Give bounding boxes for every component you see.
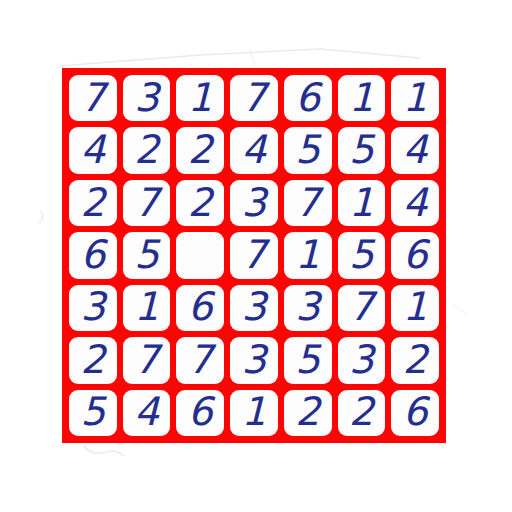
cell-r5c6[interactable]: 7 [338, 285, 386, 331]
cell-r6c3[interactable]: 7 [176, 337, 224, 383]
cell-r5c3[interactable]: 6 [176, 285, 224, 331]
cell-r1c5[interactable]: 6 [284, 75, 332, 121]
digit: 7 [134, 340, 159, 379]
cell-r1c4[interactable]: 7 [230, 75, 278, 121]
cell-r4c2[interactable]: 5 [123, 232, 171, 278]
digit: 5 [295, 130, 320, 169]
digit: 3 [80, 287, 105, 326]
cell-r3c7[interactable]: 4 [391, 180, 439, 226]
cell-r5c2[interactable]: 1 [123, 285, 171, 331]
digit: 2 [188, 183, 213, 222]
digit: 2 [188, 130, 213, 169]
digit: 1 [349, 183, 374, 222]
digit: 3 [242, 340, 267, 379]
cell-r4c5[interactable]: 1 [284, 232, 332, 278]
cell-r2c4[interactable]: 4 [230, 127, 278, 173]
digit: 4 [403, 183, 428, 222]
cell-r2c3[interactable]: 2 [176, 127, 224, 173]
cell-r2c1[interactable]: 4 [69, 127, 117, 173]
cell-r3c3[interactable]: 2 [176, 180, 224, 226]
digit: 2 [134, 130, 159, 169]
digit: 1 [188, 78, 213, 117]
digit: 1 [403, 78, 428, 117]
digit: 1 [403, 287, 428, 326]
digit: 6 [403, 235, 428, 274]
digit: 1 [349, 78, 374, 117]
cell-r2c5[interactable]: 5 [284, 127, 332, 173]
digit: 1 [134, 287, 159, 326]
cell-r3c4[interactable]: 3 [230, 180, 278, 226]
digit: 5 [295, 340, 320, 379]
digit: 3 [349, 340, 374, 379]
cell-r7c5[interactable]: 2 [284, 390, 332, 436]
digit: 5 [80, 392, 105, 431]
digit: 3 [134, 78, 159, 117]
cell-r7c1[interactable]: 5 [69, 390, 117, 436]
cell-r7c7[interactable]: 6 [391, 390, 439, 436]
cell-r3c6[interactable]: 1 [338, 180, 386, 226]
digit: 3 [242, 287, 267, 326]
digit: 7 [242, 235, 267, 274]
cell-r4c7[interactable]: 6 [391, 232, 439, 278]
cell-r2c7[interactable]: 4 [391, 127, 439, 173]
digit: 6 [80, 235, 105, 274]
digit: 7 [349, 287, 374, 326]
cell-r3c2[interactable]: 7 [123, 180, 171, 226]
cell-r6c5[interactable]: 5 [284, 337, 332, 383]
digit: 4 [403, 130, 428, 169]
cell-r6c6[interactable]: 3 [338, 337, 386, 383]
digit: 6 [403, 392, 428, 431]
digit: 5 [349, 235, 374, 274]
page: 7317611422455427237146571563163371277353… [0, 0, 512, 512]
cell-r7c6[interactable]: 2 [338, 390, 386, 436]
cell-r2c2[interactable]: 2 [123, 127, 171, 173]
cell-r5c5[interactable]: 3 [284, 285, 332, 331]
puzzle-board: 7317611422455427237146571563163371277353… [62, 68, 446, 443]
digit: 4 [134, 392, 159, 431]
cell-r6c7[interactable]: 2 [391, 337, 439, 383]
cell-r1c7[interactable]: 1 [391, 75, 439, 121]
cell-r6c1[interactable]: 2 [69, 337, 117, 383]
cell-r3c5[interactable]: 7 [284, 180, 332, 226]
cell-r5c1[interactable]: 3 [69, 285, 117, 331]
digit: 6 [188, 287, 213, 326]
digit: 7 [188, 340, 213, 379]
cell-r4c1[interactable]: 6 [69, 232, 117, 278]
cell-r6c4[interactable]: 3 [230, 337, 278, 383]
cell-r1c6[interactable]: 1 [338, 75, 386, 121]
cell-r5c7[interactable]: 1 [391, 285, 439, 331]
digit: 7 [80, 78, 105, 117]
digit: 2 [349, 392, 374, 431]
digit: 7 [134, 183, 159, 222]
digit: 4 [242, 130, 267, 169]
digit: 4 [80, 130, 105, 169]
cell-r5c4[interactable]: 3 [230, 285, 278, 331]
cell-r1c3[interactable]: 1 [176, 75, 224, 121]
digit: 7 [242, 78, 267, 117]
digit: 6 [295, 78, 320, 117]
cell-r3c1[interactable]: 2 [69, 180, 117, 226]
digit: 5 [134, 235, 159, 274]
cell-r7c4[interactable]: 1 [230, 390, 278, 436]
digit: 2 [80, 340, 105, 379]
digit: 1 [295, 235, 320, 274]
cell-r1c1[interactable]: 7 [69, 75, 117, 121]
cell-r4c4[interactable]: 7 [230, 232, 278, 278]
cell-r7c2[interactable]: 4 [123, 390, 171, 436]
digit: 2 [80, 183, 105, 222]
digit: 2 [295, 392, 320, 431]
digit: 3 [242, 183, 267, 222]
digit: 3 [295, 287, 320, 326]
digit: 2 [403, 340, 428, 379]
cell-r6c2[interactable]: 7 [123, 337, 171, 383]
cell-r7c3[interactable]: 6 [176, 390, 224, 436]
cell-r1c2[interactable]: 3 [123, 75, 171, 121]
cell-r2c6[interactable]: 5 [338, 127, 386, 173]
digit: 6 [188, 392, 213, 431]
digit: 1 [242, 392, 267, 431]
digit: 7 [295, 183, 320, 222]
digit: 5 [349, 130, 374, 169]
cell-r4c6[interactable]: 5 [338, 232, 386, 278]
cell-r4c3[interactable] [176, 232, 224, 278]
